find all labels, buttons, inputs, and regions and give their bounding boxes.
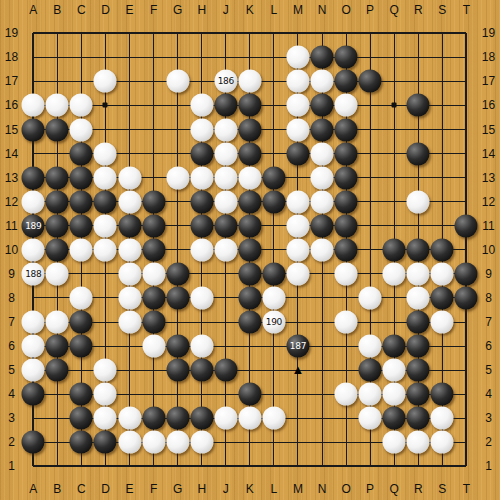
stone-black[interactable] [214,94,237,117]
stone-black[interactable] [142,286,165,309]
stone-black[interactable] [335,190,358,213]
stone-white[interactable] [359,335,382,358]
stone-white[interactable] [118,407,141,430]
move-number-label: 189 [25,221,41,230]
stone-white[interactable] [190,335,213,358]
stone-black[interactable] [335,70,358,93]
column-label-bottom: F [150,482,157,496]
column-label-top: N [318,3,327,17]
row-label-right: 14 [482,147,495,161]
row-label-left: 11 [5,219,17,233]
move-number-label: 186 [218,77,234,86]
stone-black[interactable] [238,118,261,141]
stone-white[interactable] [286,94,309,117]
stone-black[interactable] [118,214,141,237]
column-label-bottom: J [223,482,229,496]
stone-white[interactable] [94,142,117,165]
stone-black[interactable] [142,311,165,334]
stone-black[interactable] [311,214,334,237]
stone-white[interactable] [238,166,261,189]
column-label-top: K [246,3,254,17]
stone-black[interactable] [190,214,213,237]
column-label-top: Q [390,3,399,17]
stone-white[interactable] [190,118,213,141]
stone-white[interactable] [359,286,382,309]
row-label-right: 17 [482,74,495,88]
stone-white[interactable] [383,262,406,285]
stone-black[interactable] [455,262,478,285]
stone-black[interactable]: 189 [22,214,45,237]
row-label-left: 14 [5,147,18,161]
stone-white[interactable] [118,238,141,261]
row-label-left: 16 [5,98,18,112]
row-label-left: 1 [8,459,15,473]
row-label-left: 4 [8,387,15,401]
stone-white[interactable] [70,238,93,261]
stone-black[interactable] [335,214,358,237]
stone-black[interactable] [311,46,334,69]
stone-black[interactable] [142,238,165,261]
stone-white[interactable] [94,383,117,406]
row-label-left: 9 [8,267,15,281]
stone-white[interactable] [238,407,261,430]
column-label-bottom: K [246,482,254,496]
stone-black[interactable] [238,311,261,334]
stone-black[interactable] [190,190,213,213]
stone-white[interactable] [22,359,45,382]
stone-white[interactable] [190,238,213,261]
stone-black[interactable] [46,238,69,261]
stone-white[interactable] [94,70,117,93]
column-label-top: C [77,3,86,17]
stone-black[interactable] [94,431,117,454]
stone-white[interactable] [431,311,454,334]
stone-black[interactable] [407,311,430,334]
stone-black[interactable] [238,383,261,406]
stone-black[interactable] [238,190,261,213]
column-label-bottom: H [197,482,206,496]
stone-white[interactable] [70,94,93,117]
stone-black[interactable] [142,190,165,213]
stone-white[interactable] [286,118,309,141]
stone-white[interactable] [118,286,141,309]
stone-black[interactable] [238,286,261,309]
stone-white[interactable] [190,431,213,454]
stone-black[interactable] [70,335,93,358]
row-label-left: 17 [5,74,18,88]
stone-black[interactable] [238,214,261,237]
stone-black[interactable] [166,286,189,309]
stone-white[interactable] [407,190,430,213]
column-label-bottom: S [438,482,446,496]
column-label-top: A [29,3,37,17]
column-label-top: L [271,3,278,17]
column-label-bottom: M [293,482,303,496]
stone-black[interactable] [262,166,285,189]
stone-white[interactable] [22,311,45,334]
stone-black[interactable] [407,383,430,406]
stone-white[interactable] [286,238,309,261]
stone-black[interactable] [238,262,261,285]
stone-white[interactable] [335,311,358,334]
stone-white[interactable] [431,262,454,285]
stone-white[interactable] [94,407,117,430]
stone-black[interactable] [407,238,430,261]
stone-white[interactable] [70,286,93,309]
stone-black[interactable] [46,118,69,141]
stone-black[interactable] [238,142,261,165]
column-label-top: P [366,3,374,17]
grid-line-vertical [273,33,274,466]
stone-black[interactable] [335,46,358,69]
stone-white[interactable] [311,166,334,189]
column-label-bottom: Q [390,482,399,496]
stone-black[interactable] [46,166,69,189]
stone-white[interactable] [214,118,237,141]
stone-black[interactable] [190,407,213,430]
column-label-bottom: O [341,482,350,496]
stone-black[interactable] [22,166,45,189]
stone-white[interactable] [311,238,334,261]
stone-black[interactable] [22,431,45,454]
stone-white[interactable] [46,94,69,117]
move-number-label: 188 [25,269,41,278]
stone-white[interactable] [286,46,309,69]
row-label-right: 5 [485,363,492,377]
row-label-right: 18 [482,50,495,64]
column-label-top: J [223,3,229,17]
stone-black[interactable] [22,383,45,406]
stone-white[interactable] [166,431,189,454]
row-label-left: 12 [5,195,18,209]
stone-white[interactable] [190,286,213,309]
stone-black[interactable] [383,407,406,430]
stone-white[interactable] [383,431,406,454]
column-label-bottom: E [126,482,134,496]
stone-white[interactable] [262,286,285,309]
stone-white[interactable] [359,407,382,430]
stone-white[interactable] [166,166,189,189]
stone-black[interactable] [70,166,93,189]
stone-black[interactable] [142,407,165,430]
move-number-label: 187 [290,342,306,351]
stone-white[interactable] [118,262,141,285]
row-label-right: 19 [482,26,495,40]
stone-white[interactable] [262,407,285,430]
stone-black[interactable] [46,335,69,358]
stone-black[interactable] [70,190,93,213]
stone-white[interactable] [118,431,141,454]
stone-black[interactable] [166,335,189,358]
stone-white[interactable] [431,431,454,454]
row-label-right: 13 [482,171,495,185]
stone-white[interactable] [118,166,141,189]
stone-black[interactable] [407,359,430,382]
row-label-right: 9 [485,267,492,281]
triangle-marker: ▲ [292,363,305,376]
stone-black[interactable] [166,262,189,285]
stone-black[interactable] [359,359,382,382]
column-label-bottom: N [318,482,327,496]
stone-black[interactable] [238,238,261,261]
row-label-left: 13 [5,171,18,185]
stone-black[interactable] [311,118,334,141]
column-label-bottom: T [463,482,470,496]
row-label-left: 15 [5,123,18,137]
row-label-right: 16 [482,98,495,112]
stone-black[interactable] [70,311,93,334]
stone-black[interactable] [70,431,93,454]
stone-white[interactable] [118,190,141,213]
stone-black[interactable] [262,262,285,285]
stone-black[interactable] [70,383,93,406]
stone-black[interactable] [166,359,189,382]
stone-black[interactable] [311,94,334,117]
stone-white[interactable] [335,383,358,406]
stone-white[interactable] [407,262,430,285]
stone-black[interactable] [214,359,237,382]
stone-black[interactable] [166,407,189,430]
stone-white[interactable] [46,262,69,285]
column-label-top: E [126,3,134,17]
column-label-top: G [173,3,182,17]
move-number-label: 190 [266,318,282,327]
stone-white[interactable] [94,359,117,382]
stone-white[interactable] [22,94,45,117]
row-label-right: 3 [485,411,492,425]
row-label-right: 10 [482,243,495,257]
stone-white[interactable] [214,407,237,430]
stone-white[interactable]: 188 [22,262,45,285]
column-label-bottom: G [173,482,182,496]
stone-black[interactable] [431,286,454,309]
stone-black[interactable] [142,214,165,237]
stone-black[interactable] [335,118,358,141]
stone-white[interactable] [311,70,334,93]
stone-black[interactable] [214,214,237,237]
star-point [392,103,397,108]
stone-black[interactable] [383,238,406,261]
stone-black[interactable] [455,214,478,237]
stone-white[interactable] [311,190,334,213]
stone-black[interactable] [431,383,454,406]
stone-black[interactable] [359,70,382,93]
stone-white[interactable] [118,311,141,334]
stone-white[interactable] [94,238,117,261]
stone-black[interactable] [238,94,261,117]
stone-black[interactable] [455,286,478,309]
column-label-top: M [293,3,303,17]
stone-white[interactable]: 190 [262,311,285,334]
go-board-screenshot: AABBCCDDEEFFGGHHJJKKLLMMNNOOPPQQRRSSTT19… [0,0,500,500]
row-label-left: 3 [8,411,15,425]
row-label-right: 8 [485,291,492,305]
row-label-left: 2 [8,435,15,449]
stone-white[interactable] [190,166,213,189]
row-label-right: 1 [485,459,492,473]
stone-black[interactable] [383,335,406,358]
stone-black[interactable] [46,190,69,213]
stone-black[interactable] [407,407,430,430]
row-label-right: 6 [485,339,492,353]
stone-black[interactable] [407,335,430,358]
row-label-left: 7 [8,315,15,329]
stone-white[interactable] [238,70,261,93]
stone-black[interactable] [286,142,309,165]
stone-white[interactable] [383,359,406,382]
stone-white[interactable] [407,286,430,309]
stone-white[interactable] [431,407,454,430]
row-label-right: 12 [482,195,495,209]
stone-black[interactable] [70,214,93,237]
column-label-bottom: R [414,482,423,496]
stone-white[interactable] [214,190,237,213]
row-label-right: 7 [485,315,492,329]
stone-black[interactable] [407,142,430,165]
stone-black[interactable] [70,407,93,430]
row-label-left: 18 [5,50,18,64]
column-label-top: B [53,3,61,17]
stone-black[interactable] [335,166,358,189]
row-label-left: 10 [5,243,18,257]
row-label-left: 6 [8,339,15,353]
stone-white[interactable] [142,431,165,454]
stone-white[interactable] [214,238,237,261]
stone-black[interactable] [94,190,117,213]
row-label-right: 4 [485,387,492,401]
stone-white[interactable] [311,142,334,165]
row-label-right: 2 [485,435,492,449]
row-label-right: 11 [482,219,494,233]
stone-white[interactable] [94,166,117,189]
column-label-top: R [414,3,423,17]
stone-white[interactable] [94,214,117,237]
stone-black[interactable] [190,142,213,165]
stone-white[interactable] [286,190,309,213]
stone-white[interactable] [166,70,189,93]
stone-white[interactable] [214,166,237,189]
column-label-top: H [197,3,206,17]
stone-white[interactable] [214,142,237,165]
stone-black[interactable] [46,359,69,382]
stone-black[interactable] [262,190,285,213]
grid-line-horizontal [33,465,466,467]
star-point [103,103,108,108]
stone-black[interactable] [431,238,454,261]
row-label-left: 5 [8,363,15,377]
stone-white[interactable] [335,94,358,117]
stone-black[interactable] [335,238,358,261]
stone-white[interactable] [359,383,382,406]
column-label-bottom: C [77,482,86,496]
stone-white[interactable] [190,94,213,117]
column-label-top: F [150,3,157,17]
stone-white[interactable] [286,262,309,285]
stone-white[interactable] [407,431,430,454]
stone-black[interactable] [190,359,213,382]
stone-black[interactable] [46,214,69,237]
row-label-left: 19 [5,26,18,40]
stone-white[interactable] [22,190,45,213]
column-label-bottom: L [271,482,278,496]
column-label-bottom: P [366,482,374,496]
stone-white[interactable] [286,214,309,237]
stone-white[interactable] [22,238,45,261]
column-label-top: O [341,3,350,17]
column-label-top: S [438,3,446,17]
column-label-top: D [101,3,110,17]
stone-white[interactable] [142,335,165,358]
column-label-bottom: A [29,482,37,496]
stone-white[interactable] [383,383,406,406]
stone-white[interactable] [70,118,93,141]
column-label-bottom: D [101,482,110,496]
stone-white[interactable] [22,335,45,358]
stone-black[interactable] [22,118,45,141]
row-label-right: 15 [482,123,495,137]
stone-black[interactable] [335,142,358,165]
stone-white[interactable] [286,70,309,93]
stone-black[interactable]: 187 [286,335,309,358]
column-label-top: T [463,3,470,17]
stone-white[interactable] [46,311,69,334]
column-label-bottom: B [53,482,61,496]
row-label-left: 8 [8,291,15,305]
stone-white[interactable] [335,262,358,285]
grid-line-vertical [465,33,467,466]
stone-black[interactable] [70,142,93,165]
stone-white[interactable] [142,262,165,285]
stone-black[interactable] [407,94,430,117]
stone-white[interactable]: 186 [214,70,237,93]
